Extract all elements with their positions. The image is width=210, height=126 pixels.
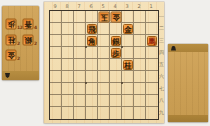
board-square-1八[interactable] [146,95,158,107]
board-square-8八[interactable] [62,95,74,107]
board-piece-gyoku[interactable]: 玉 [99,12,110,23]
board-square-8六[interactable] [62,71,74,83]
board-square-8四[interactable] [62,47,74,59]
file-coord-5: 5 [97,3,109,10]
board-square-4七[interactable] [110,83,122,95]
board-square-8二[interactable] [62,23,74,35]
file-coord-1: 1 [145,3,157,10]
board-square-6八[interactable] [86,95,98,107]
hand-piece-tile-gin: 銀 [23,35,34,46]
board-square-9八[interactable] [50,95,62,107]
sente-hand-tray [168,44,208,122]
board-square-7二[interactable] [74,23,86,35]
board-square-9三[interactable] [50,35,62,47]
rank-coord-9: 九 [158,106,165,118]
board-square-4二[interactable] [110,23,122,35]
board-square-6一[interactable] [86,11,98,23]
board-square-5八[interactable] [98,95,110,107]
gote-tray-footer [2,71,39,80]
board-square-4六[interactable] [110,71,122,83]
board-square-5五[interactable] [98,59,110,71]
board-square-6六[interactable] [86,71,98,83]
board-square-1一[interactable] [146,11,158,23]
board-square-8一[interactable] [62,11,74,23]
hand-piece-tile-keima: 桂 [6,35,17,46]
gote-mark-icon [5,73,10,78]
file-coord-7: 7 [73,3,85,10]
hand-piece-keima[interactable]: 桂2 [6,35,23,51]
board-piece-gin[interactable]: 銀 [111,36,122,47]
board-square-5三[interactable] [98,35,110,47]
board-square-1九[interactable] [146,107,158,119]
board-square-6四[interactable] [86,47,98,59]
board-square-9二[interactable] [50,23,62,35]
board-piece-hisha[interactable]: 飛 [87,24,98,35]
board-square-7五[interactable] [74,59,86,71]
hand-piece-count: 4 [34,25,37,30]
file-coord-3: 3 [121,3,133,10]
hand-piece-tile-fu: 歩 [6,19,17,30]
board-square-2二[interactable] [134,23,146,35]
hand-piece-kyo[interactable]: 香4 [23,19,40,35]
board-grid: 玉金飛金角銀馬歩桂 [49,10,159,120]
board-square-8三[interactable] [62,35,74,47]
board-square-7三[interactable] [74,35,86,47]
hand-piece-tile-kyo: 香 [23,19,34,30]
board-square-2八[interactable] [134,95,146,107]
hand-piece-gin[interactable]: 銀2 [23,35,40,51]
file-coordinates: 987654321 [49,3,157,10]
board-piece-kaku[interactable]: 角 [87,36,98,47]
board-square-3七[interactable] [122,83,134,95]
board-square-9九[interactable] [50,107,62,119]
hand-piece-count: 2 [17,56,20,61]
rank-coord-7: 七 [158,82,165,94]
board-piece-kin[interactable]: 金 [111,12,122,23]
board-square-3六[interactable] [122,71,134,83]
sente-tray-footer [168,115,208,122]
board-square-3四[interactable] [122,47,134,59]
board-square-1七[interactable] [146,83,158,95]
board-square-5六[interactable] [98,71,110,83]
board-square-3九[interactable] [122,107,134,119]
rank-coordinates: 一二三四五六七八九 [158,10,165,118]
hand-piece-count: 2 [17,41,20,46]
hand-piece-count: 12 [17,25,23,30]
board-square-6九[interactable] [86,107,98,119]
board-square-1五[interactable] [146,59,158,71]
board-square-7一[interactable] [74,11,86,23]
board-square-7九[interactable] [74,107,86,119]
board-square-7四[interactable] [74,47,86,59]
board-square-7八[interactable] [74,95,86,107]
board-square-5四[interactable] [98,47,110,59]
board-square-2五[interactable] [134,59,146,71]
rank-coord-8: 八 [158,94,165,106]
board-piece-keima[interactable]: 桂 [123,60,134,71]
board-square-3一[interactable] [122,11,134,23]
board-square-8九[interactable] [62,107,74,119]
board-square-3三[interactable] [122,35,134,47]
board-square-6五[interactable] [86,59,98,71]
hand-piece-fu[interactable]: 歩12 [6,19,23,35]
board-square-9七[interactable] [50,83,62,95]
board-square-8五[interactable] [62,59,74,71]
board-square-7七[interactable] [74,83,86,95]
board-square-2九[interactable] [134,107,146,119]
board-square-5二[interactable] [98,23,110,35]
board-square-2一[interactable] [134,11,146,23]
board-square-4五[interactable] [110,59,122,71]
board-piece-fu[interactable]: 歩 [111,48,122,59]
board-square-9一[interactable] [50,11,62,23]
file-coord-9: 9 [49,3,61,10]
board-piece-kin[interactable]: 金 [123,24,134,35]
board-square-5九[interactable] [98,107,110,119]
rank-coord-1: 一 [158,10,165,22]
file-coord-2: 2 [133,3,145,10]
board-square-2六[interactable] [134,71,146,83]
board-square-9五[interactable] [50,59,62,71]
rank-coord-6: 六 [158,70,165,82]
board-square-6七[interactable] [86,83,98,95]
sente-tray-header [168,44,208,52]
hand-piece-count: 2 [34,41,37,46]
board-square-1六[interactable] [146,71,158,83]
board-square-8七[interactable] [62,83,74,95]
board-square-2四[interactable] [134,47,146,59]
board-square-9四[interactable] [50,47,62,59]
gote-hand-tray: 歩12香4桂2銀2金2 [2,6,39,80]
board-square-2三[interactable] [134,35,146,47]
rank-coord-2: 二 [158,22,165,34]
hand-piece-tile-kin: 金 [6,50,17,61]
shogi-board-panel: 987654321 一二三四五六七八九 玉金飛金角銀馬歩桂 [44,2,164,123]
board-piece-uma[interactable]: 馬 [147,36,158,47]
board-square-1四[interactable] [146,47,158,59]
board-square-4八[interactable] [110,95,122,107]
rank-coord-4: 四 [158,46,165,58]
file-coord-6: 6 [85,3,97,10]
board-square-7六[interactable] [74,71,86,83]
file-coord-8: 8 [61,3,73,10]
board-square-4九[interactable] [110,107,122,119]
board-square-5七[interactable] [98,83,110,95]
rank-coord-5: 五 [158,58,165,70]
sente-mark-icon [171,46,176,51]
file-coord-4: 4 [109,3,121,10]
rank-coord-3: 三 [158,34,165,46]
gote-hand-pieces: 歩12香4桂2銀2金2 [6,19,40,66]
hand-piece-kin[interactable]: 金2 [6,50,23,66]
board-square-9六[interactable] [50,71,62,83]
board-square-1二[interactable] [146,23,158,35]
shogi-diagram: 歩12香4桂2銀2金2 987654321 一二三四五六七八九 玉金飛金角銀馬歩… [0,0,210,126]
board-square-3八[interactable] [122,95,134,107]
board-square-2七[interactable] [134,83,146,95]
